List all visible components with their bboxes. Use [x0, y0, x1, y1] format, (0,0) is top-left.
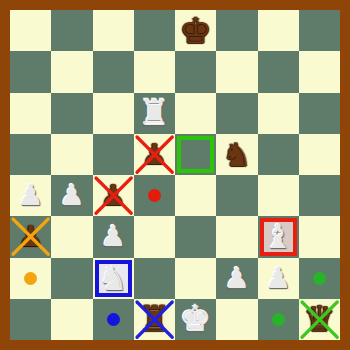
- square-e2[interactable]: [175, 258, 216, 299]
- square-c2[interactable]: ♞: [93, 258, 134, 299]
- square-c7[interactable]: [93, 51, 134, 92]
- square-f3[interactable]: [216, 216, 257, 257]
- square-e7[interactable]: [175, 51, 216, 92]
- square-d2[interactable]: [134, 258, 175, 299]
- square-a2[interactable]: [10, 258, 51, 299]
- piece-white-pawn[interactable]: ♟: [216, 258, 257, 299]
- square-h8[interactable]: [299, 10, 340, 51]
- piece-black-pawn[interactable]: ♟: [93, 175, 134, 216]
- piece-white-king[interactable]: ♚: [175, 299, 216, 340]
- square-g8[interactable]: [258, 10, 299, 51]
- square-f2[interactable]: ♟: [216, 258, 257, 299]
- square-c3[interactable]: ♟: [93, 216, 134, 257]
- square-b6[interactable]: [51, 93, 92, 134]
- square-f5[interactable]: ♞: [216, 134, 257, 175]
- square-h2[interactable]: [299, 258, 340, 299]
- move-dot-g1: [272, 313, 285, 326]
- square-f8[interactable]: [216, 10, 257, 51]
- square-f1[interactable]: [216, 299, 257, 340]
- piece-black-queen[interactable]: ♛: [299, 299, 340, 340]
- square-c6[interactable]: [93, 93, 134, 134]
- square-e5[interactable]: [175, 134, 216, 175]
- square-g1[interactable]: [258, 299, 299, 340]
- square-a6[interactable]: [10, 93, 51, 134]
- piece-black-pawn[interactable]: ♟: [10, 216, 51, 257]
- move-dot-a2: [24, 272, 37, 285]
- square-c5[interactable]: [93, 134, 134, 175]
- square-b3[interactable]: [51, 216, 92, 257]
- square-b1[interactable]: [51, 299, 92, 340]
- piece-white-rook[interactable]: ♜: [134, 93, 175, 134]
- square-f6[interactable]: [216, 93, 257, 134]
- square-a8[interactable]: [10, 10, 51, 51]
- square-d6[interactable]: ♜: [134, 93, 175, 134]
- square-g2[interactable]: ♟: [258, 258, 299, 299]
- piece-black-knight[interactable]: ♞: [216, 134, 257, 175]
- square-b4[interactable]: ♟: [51, 175, 92, 216]
- piece-black-king[interactable]: ♚: [175, 10, 216, 51]
- square-g6[interactable]: [258, 93, 299, 134]
- square-g5[interactable]: [258, 134, 299, 175]
- square-h1[interactable]: ♛: [299, 299, 340, 340]
- square-g3[interactable]: ♝: [258, 216, 299, 257]
- square-b5[interactable]: [51, 134, 92, 175]
- move-dot-h2: [313, 272, 326, 285]
- piece-white-knight[interactable]: ♞: [93, 258, 134, 299]
- square-e4[interactable]: [175, 175, 216, 216]
- square-e6[interactable]: [175, 93, 216, 134]
- chess-board: ♚♜♟♞♟♟♟♟♟♝♞♟♟♜♚♛: [10, 10, 340, 340]
- square-f7[interactable]: [216, 51, 257, 92]
- piece-white-pawn[interactable]: ♟: [93, 216, 134, 257]
- square-d1[interactable]: ♜: [134, 299, 175, 340]
- square-e1[interactable]: ♚: [175, 299, 216, 340]
- square-c4[interactable]: ♟: [93, 175, 134, 216]
- square-b8[interactable]: [51, 10, 92, 51]
- square-d4[interactable]: [134, 175, 175, 216]
- square-a1[interactable]: [10, 299, 51, 340]
- chess-board-frame: ♚♜♟♞♟♟♟♟♟♝♞♟♟♜♚♛: [0, 0, 350, 350]
- square-b2[interactable]: [51, 258, 92, 299]
- square-h6[interactable]: [299, 93, 340, 134]
- piece-black-pawn[interactable]: ♟: [134, 134, 175, 175]
- square-d5[interactable]: ♟: [134, 134, 175, 175]
- square-c8[interactable]: [93, 10, 134, 51]
- square-c1[interactable]: [93, 299, 134, 340]
- square-b7[interactable]: [51, 51, 92, 92]
- square-a3[interactable]: ♟: [10, 216, 51, 257]
- highlight-square-e5: [177, 136, 214, 173]
- square-h4[interactable]: [299, 175, 340, 216]
- square-h5[interactable]: [299, 134, 340, 175]
- piece-black-rook[interactable]: ♜: [134, 299, 175, 340]
- piece-white-pawn[interactable]: ♟: [51, 175, 92, 216]
- square-g4[interactable]: [258, 175, 299, 216]
- square-h7[interactable]: [299, 51, 340, 92]
- square-e8[interactable]: ♚: [175, 10, 216, 51]
- square-a7[interactable]: [10, 51, 51, 92]
- move-dot-c1: [107, 313, 120, 326]
- piece-white-bishop[interactable]: ♝: [258, 216, 299, 257]
- square-a5[interactable]: [10, 134, 51, 175]
- square-e3[interactable]: [175, 216, 216, 257]
- square-a4[interactable]: ♟: [10, 175, 51, 216]
- move-dot-d4: [148, 189, 161, 202]
- piece-white-pawn[interactable]: ♟: [258, 258, 299, 299]
- square-d8[interactable]: [134, 10, 175, 51]
- square-g7[interactable]: [258, 51, 299, 92]
- square-h3[interactable]: [299, 216, 340, 257]
- square-f4[interactable]: [216, 175, 257, 216]
- square-d7[interactable]: [134, 51, 175, 92]
- piece-white-pawn[interactable]: ♟: [10, 175, 51, 216]
- square-d3[interactable]: [134, 216, 175, 257]
